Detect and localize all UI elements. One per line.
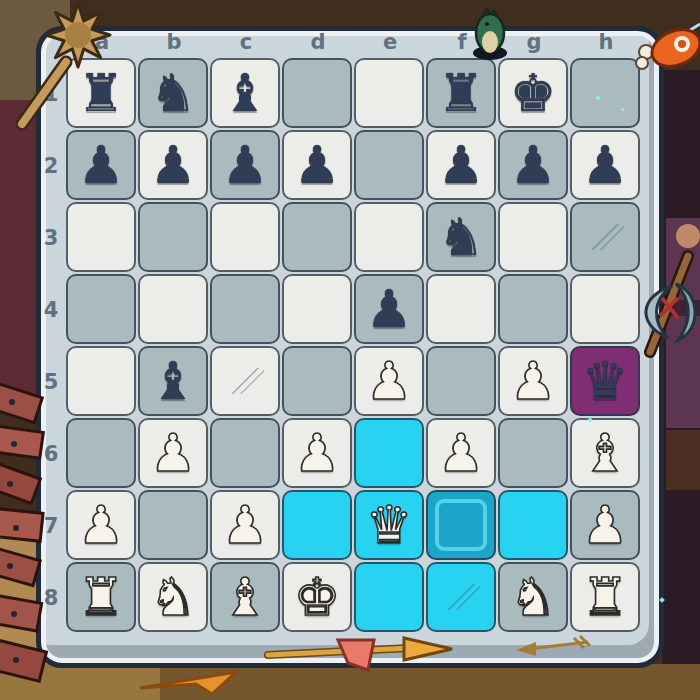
square-c2[interactable]: ♟ <box>210 130 280 200</box>
square-d3[interactable] <box>282 202 352 272</box>
white-queen[interactable]: ♛ <box>366 492 413 558</box>
white-rook[interactable]: ♜ <box>582 564 629 630</box>
square-d6[interactable]: ♟ <box>282 418 352 488</box>
square-e4[interactable]: ♟ <box>354 274 424 344</box>
square-g7[interactable] <box>498 490 568 560</box>
square-h1[interactable] <box>570 58 640 128</box>
square-d2[interactable]: ♟ <box>282 130 352 200</box>
file-label-c: c <box>210 30 282 56</box>
square-c5[interactable] <box>210 346 280 416</box>
black-pawn[interactable]: ♟ <box>294 132 341 198</box>
square-a7[interactable]: ♟ <box>66 490 136 560</box>
square-g2[interactable]: ♟ <box>498 130 568 200</box>
white-pawn[interactable]: ♟ <box>150 420 197 486</box>
file-label-a: a <box>66 30 138 56</box>
black-pawn[interactable]: ♟ <box>78 132 125 198</box>
square-f2[interactable]: ♟ <box>426 130 496 200</box>
black-bishop[interactable]: ♝ <box>222 60 269 126</box>
square-a8[interactable]: ♜ <box>66 562 136 632</box>
square-b2[interactable]: ♟ <box>138 130 208 200</box>
rank-label-5: 5 <box>38 346 64 418</box>
square-g5[interactable]: ♟ <box>498 346 568 416</box>
rank-label-4: 4 <box>38 274 64 346</box>
square-d8[interactable]: ♚ <box>282 562 352 632</box>
black-queen[interactable]: ♛ <box>582 348 629 414</box>
black-knight[interactable]: ♞ <box>150 60 197 126</box>
square-b7[interactable] <box>138 490 208 560</box>
square-e7[interactable]: ♛ <box>354 490 424 560</box>
white-pawn[interactable]: ♟ <box>438 420 485 486</box>
square-e3[interactable] <box>354 202 424 272</box>
white-bishop[interactable]: ♝ <box>222 564 269 630</box>
rank-label-7: 7 <box>38 490 64 562</box>
square-e2[interactable] <box>354 130 424 200</box>
black-pawn[interactable]: ♟ <box>582 132 629 198</box>
square-e6[interactable] <box>354 418 424 488</box>
white-king[interactable]: ♚ <box>294 564 341 630</box>
square-e5[interactable]: ♟ <box>354 346 424 416</box>
square-g6[interactable] <box>498 418 568 488</box>
rank-label-6: 6 <box>38 418 64 490</box>
square-a3[interactable] <box>66 202 136 272</box>
black-pawn[interactable]: ♟ <box>438 132 485 198</box>
square-c4[interactable] <box>210 274 280 344</box>
square-b3[interactable] <box>138 202 208 272</box>
white-pawn[interactable]: ♟ <box>222 492 269 558</box>
square-b8[interactable]: ♞ <box>138 562 208 632</box>
square-f3[interactable]: ♞ <box>426 202 496 272</box>
square-e1[interactable] <box>354 58 424 128</box>
black-pawn[interactable]: ♟ <box>150 132 197 198</box>
square-a4[interactable] <box>66 274 136 344</box>
black-rook[interactable]: ♜ <box>438 60 485 126</box>
white-pawn[interactable]: ♟ <box>78 492 125 558</box>
white-knight[interactable]: ♞ <box>510 564 557 630</box>
square-d1[interactable] <box>282 58 352 128</box>
square-h3[interactable] <box>570 202 640 272</box>
square-d4[interactable] <box>282 274 352 344</box>
file-labels: abcdefgh <box>66 30 642 56</box>
square-d7[interactable] <box>282 490 352 560</box>
square-g1[interactable]: ♚ <box>498 58 568 128</box>
square-g3[interactable] <box>498 202 568 272</box>
white-rook[interactable]: ♜ <box>78 564 125 630</box>
white-knight[interactable]: ♞ <box>150 564 197 630</box>
square-d5[interactable] <box>282 346 352 416</box>
file-label-h: h <box>570 30 642 56</box>
file-label-d: d <box>282 30 354 56</box>
background-ground-light <box>0 664 160 700</box>
square-b5[interactable]: ♝ <box>138 346 208 416</box>
square-f6[interactable]: ♟ <box>426 418 496 488</box>
square-a5[interactable] <box>66 346 136 416</box>
black-pawn[interactable]: ♟ <box>510 132 557 198</box>
square-f5[interactable] <box>426 346 496 416</box>
game-screen: abcdefgh 12345678 ♜♞♝♜♚♟♟♟♟♟♟♟♞♟♝♟♟♛♟♟♟♝… <box>0 0 700 700</box>
square-g8[interactable]: ♞ <box>498 562 568 632</box>
square-b6[interactable]: ♟ <box>138 418 208 488</box>
black-rook[interactable]: ♜ <box>78 60 125 126</box>
rank-labels: 12345678 <box>38 58 64 634</box>
rank-label-1: 1 <box>38 58 64 130</box>
file-label-f: f <box>426 30 498 56</box>
square-b1[interactable]: ♞ <box>138 58 208 128</box>
white-bishop[interactable]: ♝ <box>582 420 629 486</box>
square-f7[interactable] <box>426 490 496 560</box>
file-label-b: b <box>138 30 210 56</box>
white-pawn[interactable]: ♟ <box>366 348 413 414</box>
square-f8[interactable] <box>426 562 496 632</box>
square-c7[interactable]: ♟ <box>210 490 280 560</box>
square-g4[interactable] <box>498 274 568 344</box>
chess-board: ♜♞♝♜♚♟♟♟♟♟♟♟♞♟♝♟♟♛♟♟♟♝♟♟♛♟♜♞♝♚♞♜ <box>66 58 640 632</box>
square-h7[interactable]: ♟ <box>570 490 640 560</box>
file-label-g: g <box>498 30 570 56</box>
square-a1[interactable]: ♜ <box>66 58 136 128</box>
square-c8[interactable]: ♝ <box>210 562 280 632</box>
black-bishop[interactable]: ♝ <box>150 348 197 414</box>
rank-label-3: 3 <box>38 202 64 274</box>
square-a2[interactable]: ♟ <box>66 130 136 200</box>
black-knight[interactable]: ♞ <box>438 204 485 270</box>
background-wood-topright <box>662 0 700 70</box>
white-pawn[interactable]: ♟ <box>582 492 629 558</box>
square-f4[interactable] <box>426 274 496 344</box>
file-label-e: e <box>354 30 426 56</box>
square-h5[interactable]: ♛ <box>570 346 640 416</box>
square-e8[interactable] <box>354 562 424 632</box>
square-a6[interactable] <box>66 418 136 488</box>
square-h2[interactable]: ♟ <box>570 130 640 200</box>
square-h6[interactable]: ♝ <box>570 418 640 488</box>
rank-label-8: 8 <box>38 562 64 634</box>
black-king[interactable]: ♚ <box>510 60 557 126</box>
rank-label-2: 2 <box>38 130 64 202</box>
square-c6[interactable] <box>210 418 280 488</box>
square-f1[interactable]: ♜ <box>426 58 496 128</box>
square-h8[interactable]: ♜ <box>570 562 640 632</box>
white-pawn[interactable]: ♟ <box>510 348 557 414</box>
square-c1[interactable]: ♝ <box>210 58 280 128</box>
square-b4[interactable] <box>138 274 208 344</box>
white-pawn[interactable]: ♟ <box>294 420 341 486</box>
background-right <box>662 0 700 700</box>
black-pawn[interactable]: ♟ <box>366 276 413 342</box>
square-h4[interactable] <box>570 274 640 344</box>
black-pawn[interactable]: ♟ <box>222 132 269 198</box>
square-c3[interactable] <box>210 202 280 272</box>
